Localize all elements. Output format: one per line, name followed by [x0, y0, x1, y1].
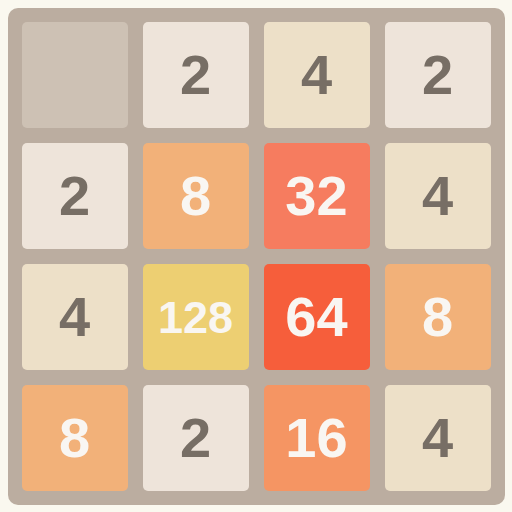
- tile-r0c2: 4: [264, 22, 370, 128]
- tile-r3c0: 8: [22, 385, 128, 491]
- tile-r0c3: 2: [385, 22, 491, 128]
- tile-r3c1: 2: [143, 385, 249, 491]
- tile-r1c0: 2: [22, 143, 128, 249]
- tile-r2c3: 8: [385, 264, 491, 370]
- tile-r2c0: 4: [22, 264, 128, 370]
- tile-r1c3: 4: [385, 143, 491, 249]
- tile-r1c1: 8: [143, 143, 249, 249]
- tile-r3c2: 16: [264, 385, 370, 491]
- tile-r0c1: 2: [143, 22, 249, 128]
- tile-r3c3: 4: [385, 385, 491, 491]
- tile-r2c1: 128: [143, 264, 249, 370]
- tile-r2c2: 64: [264, 264, 370, 370]
- game-board-2048[interactable]: 2 4 2 2 8 32 4 4 128 64 8 8 2 16 4: [8, 8, 505, 505]
- cell-r0c0-empty: [22, 22, 128, 128]
- tile-r1c2: 32: [264, 143, 370, 249]
